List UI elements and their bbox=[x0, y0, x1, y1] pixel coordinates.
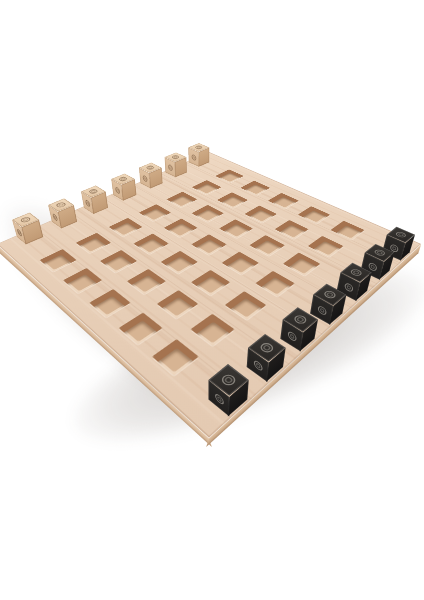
board-hole[interactable] bbox=[134, 233, 169, 254]
board-hole[interactable] bbox=[109, 217, 143, 236]
product-photo-stage bbox=[0, 0, 424, 600]
board-hole[interactable] bbox=[275, 220, 309, 239]
brand-stamp-icon bbox=[145, 165, 156, 170]
board-hole[interactable] bbox=[249, 235, 284, 256]
brand-stamp-icon bbox=[194, 145, 204, 149]
brand-stamp-icon bbox=[170, 155, 180, 159]
brand-stamp-icon bbox=[115, 186, 120, 195]
board-hole[interactable] bbox=[192, 180, 222, 195]
board-hole[interactable] bbox=[225, 291, 266, 320]
board-hole[interactable] bbox=[63, 268, 102, 293]
board-hole[interactable] bbox=[119, 312, 163, 344]
board-hole[interactable] bbox=[222, 251, 259, 274]
brand-stamp-icon bbox=[19, 216, 32, 223]
brand-stamp-icon bbox=[55, 202, 67, 208]
brand-stamp-icon bbox=[219, 372, 238, 387]
brand-stamp-icon bbox=[52, 212, 58, 221]
board-hole[interactable] bbox=[191, 313, 235, 345]
brand-stamp-icon bbox=[317, 304, 327, 316]
board-hole[interactable] bbox=[161, 250, 198, 273]
brand-stamp-icon bbox=[322, 289, 338, 299]
board-hole[interactable] bbox=[268, 193, 299, 209]
board-hole[interactable] bbox=[245, 205, 277, 222]
board-hole[interactable] bbox=[76, 232, 111, 253]
board-hole[interactable] bbox=[219, 219, 253, 238]
board-hole[interactable] bbox=[308, 235, 344, 256]
board-hole[interactable] bbox=[40, 249, 77, 272]
brand-stamp-icon bbox=[117, 176, 128, 181]
board-hole[interactable] bbox=[157, 290, 198, 318]
board-hole[interactable] bbox=[191, 269, 230, 295]
brand-stamp-icon bbox=[373, 248, 387, 256]
brand-stamp-icon bbox=[287, 329, 297, 342]
board-hole[interactable] bbox=[298, 206, 330, 223]
board-hole[interactable] bbox=[89, 289, 130, 317]
brand-stamp-icon bbox=[258, 341, 276, 354]
board-hole[interactable] bbox=[164, 218, 198, 237]
board-hole[interactable] bbox=[152, 338, 199, 374]
board-hole[interactable] bbox=[191, 234, 226, 255]
brand-stamp-icon bbox=[168, 163, 173, 171]
board-hole[interactable] bbox=[240, 180, 270, 195]
brand-stamp-icon bbox=[88, 189, 100, 195]
board-hole[interactable] bbox=[217, 192, 248, 208]
brand-stamp-icon bbox=[85, 198, 90, 207]
board-hole[interactable] bbox=[192, 205, 224, 222]
brand-stamp-icon bbox=[253, 358, 262, 372]
board-hole[interactable] bbox=[255, 270, 294, 296]
board-hole[interactable] bbox=[215, 169, 243, 182]
board-hole[interactable] bbox=[166, 191, 197, 207]
board-hole[interactable] bbox=[139, 204, 171, 221]
brand-stamp-icon bbox=[215, 391, 224, 406]
brand-stamp-icon bbox=[292, 314, 309, 326]
board-hole[interactable] bbox=[283, 252, 320, 275]
board-hole[interactable] bbox=[100, 249, 137, 272]
brand-stamp-icon bbox=[191, 153, 195, 161]
brand-stamp-icon bbox=[367, 261, 377, 272]
board-hole[interactable] bbox=[127, 268, 166, 293]
board-hole[interactable] bbox=[330, 220, 364, 239]
brand-stamp-icon bbox=[394, 231, 407, 238]
brand-stamp-icon bbox=[349, 268, 364, 277]
brand-stamp-icon bbox=[142, 174, 147, 182]
brand-stamp-icon bbox=[344, 281, 354, 292]
